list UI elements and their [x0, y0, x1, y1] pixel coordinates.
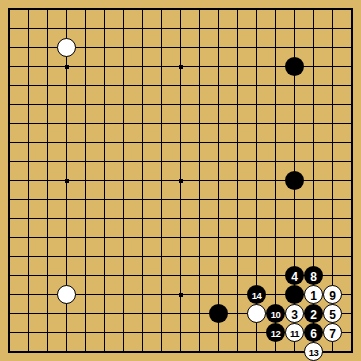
star-point: [65, 65, 69, 69]
move-number-label: 13: [309, 347, 319, 357]
stone-white-d17: [57, 38, 76, 57]
move-number-label: 12: [271, 328, 281, 338]
star-point: [179, 179, 183, 183]
stone-black-move-10: 10: [266, 304, 285, 323]
move-number-label: 2: [310, 308, 317, 320]
move-number-label: 7: [329, 327, 336, 339]
move-number-label: 14: [252, 290, 262, 300]
stone-black-q10: [285, 171, 304, 190]
go-board: 1234567891011121314: [0, 0, 361, 361]
stone-black-move-12: 12: [266, 323, 285, 342]
stone-black-move-2: 2: [304, 304, 323, 323]
move-number-label: 3: [291, 308, 298, 320]
stone-black-move-4: 4: [285, 266, 304, 285]
stone-black-q4: [285, 285, 304, 304]
stone-white-move-9: 9: [323, 285, 342, 304]
stone-white-move-3: 3: [285, 304, 304, 323]
move-number-label: 8: [310, 270, 317, 282]
move-number-label: 10: [271, 309, 281, 319]
stone-black-m3: [209, 304, 228, 323]
move-number-label: 6: [310, 327, 317, 339]
star-point: [179, 293, 183, 297]
stone-black-move-8: 8: [304, 266, 323, 285]
stone-black-move-6: 6: [304, 323, 323, 342]
stone-white-move-13: 13: [304, 342, 323, 361]
move-number-label: 1: [310, 289, 317, 301]
star-point: [179, 65, 183, 69]
move-number-label: 5: [329, 308, 336, 320]
stone-white-move-5: 5: [323, 304, 342, 323]
move-number-label: 4: [291, 270, 298, 282]
stone-black-q16: [285, 57, 304, 76]
move-number-label: 9: [329, 289, 336, 301]
stone-black-move-14: 14: [247, 285, 266, 304]
stone-white-move-7: 7: [323, 323, 342, 342]
stone-white-o3: [247, 304, 266, 323]
stone-white-d4: [57, 285, 76, 304]
move-number-label: 11: [290, 328, 299, 338]
stone-white-move-1: 1: [304, 285, 323, 304]
stone-white-move-11: 11: [285, 323, 304, 342]
star-point: [65, 179, 69, 183]
